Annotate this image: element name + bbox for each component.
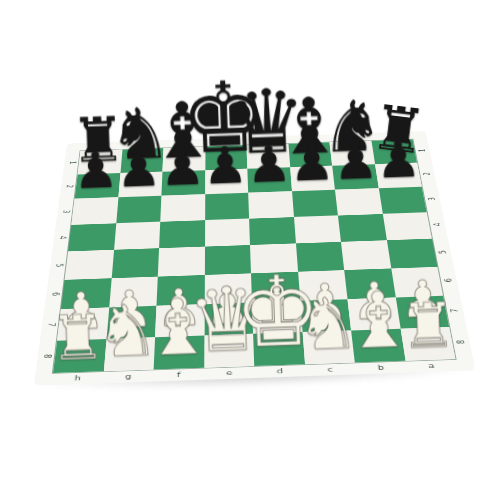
photo-stage: ♜♞♝♚♛♝♞♜♟♟♟♟♟♟♟♟♟♟♟♟♟♟♟♟♜♞♝♛♚♞♝♜ hgfedcb… xyxy=(0,0,500,500)
rank-right-label-2: 2 xyxy=(422,170,432,179)
rank-left-label-1: 1 xyxy=(67,158,76,167)
square-d3[interactable] xyxy=(248,191,293,218)
square-h4[interactable] xyxy=(68,223,116,251)
piece-black-pawn-a2[interactable]: ♟ xyxy=(352,133,445,187)
rank-right-label-5: 5 xyxy=(437,247,448,257)
file-label-f: f xyxy=(153,371,204,379)
square-g5[interactable] xyxy=(111,248,159,278)
square-d4[interactable] xyxy=(249,217,295,245)
rank-left-label-4: 4 xyxy=(57,233,67,243)
square-a2[interactable]: ♟ xyxy=(375,162,422,188)
rank-left-label-2: 2 xyxy=(64,182,74,191)
rank-right-label-4: 4 xyxy=(432,220,443,230)
piece-white-rook-a8[interactable]: ♜ xyxy=(375,293,483,358)
square-b4[interactable] xyxy=(338,214,387,242)
perspective-scene: ♜♞♝♚♛♝♞♜♟♟♟♟♟♟♟♟♟♟♟♟♟♟♟♟♜♞♝♛♚♞♝♜ hgfedcb… xyxy=(45,40,455,450)
file-label-d: d xyxy=(254,367,305,375)
square-c3[interactable] xyxy=(292,190,338,217)
square-e3[interactable] xyxy=(205,193,249,220)
rank-right-label-1: 1 xyxy=(417,146,427,154)
square-a4[interactable] xyxy=(382,212,432,240)
square-c4[interactable] xyxy=(293,215,340,243)
square-b3[interactable] xyxy=(335,188,382,215)
square-b5[interactable] xyxy=(341,240,391,270)
rank-left-label-3: 3 xyxy=(60,207,70,216)
board-grid: ♜♞♝♚♛♝♞♜♟♟♟♟♟♟♟♟♟♟♟♟♟♟♟♟♜♞♝♛♚♞♝♜ xyxy=(53,139,455,373)
rank-left-label-5: 5 xyxy=(53,260,63,270)
square-f4[interactable] xyxy=(159,220,205,248)
file-label-g: g xyxy=(103,373,154,381)
rank-right-label-3: 3 xyxy=(427,194,437,203)
file-label-a: a xyxy=(406,362,458,370)
square-a8[interactable]: ♜ xyxy=(400,327,455,361)
chess-board[interactable]: ♜♞♝♚♛♝♞♜♟♟♟♟♟♟♟♟♟♟♟♟♟♟♟♟♜♞♝♛♚♞♝♜ hgfedcb… xyxy=(34,131,476,386)
square-g3[interactable] xyxy=(116,196,162,223)
file-label-e: e xyxy=(204,369,255,377)
square-a5[interactable] xyxy=(386,239,437,269)
square-h5[interactable] xyxy=(65,250,114,280)
square-f8[interactable]: ♝ xyxy=(154,335,204,369)
square-f3[interactable] xyxy=(160,194,205,221)
square-e4[interactable] xyxy=(205,218,250,246)
piece-white-bishop-f8[interactable]: ♝ xyxy=(123,287,232,368)
file-label-c: c xyxy=(305,365,356,373)
square-a3[interactable] xyxy=(378,187,426,214)
square-g4[interactable] xyxy=(114,221,161,249)
file-label-b: b xyxy=(355,364,406,372)
file-label-h: h xyxy=(52,374,103,382)
square-h3[interactable] xyxy=(71,197,118,224)
